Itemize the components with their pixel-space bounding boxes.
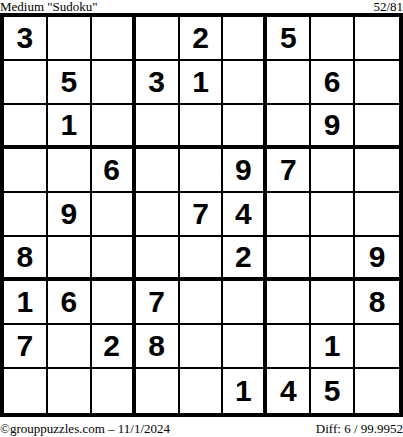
cell-r6c7-empty[interactable]	[267, 237, 311, 281]
cell-r6c5-empty[interactable]	[180, 237, 224, 281]
cell-r3c9-empty[interactable]	[355, 105, 399, 149]
cell-r2c3-empty[interactable]	[92, 61, 136, 105]
cell-r1c6-empty[interactable]	[223, 17, 267, 61]
cell-r8c9-empty[interactable]	[355, 325, 399, 369]
cell-r3c8-given[interactable]: 9	[311, 105, 355, 149]
cell-r3c4-empty[interactable]	[136, 105, 180, 149]
cell-r2c4-given[interactable]: 3	[136, 61, 180, 105]
cell-r2c7-empty[interactable]	[267, 61, 311, 105]
cell-r8c4-given[interactable]: 8	[136, 325, 180, 369]
cell-r6c9-given[interactable]: 9	[355, 237, 399, 281]
cell-r3c3-empty[interactable]	[92, 105, 136, 149]
cell-r2c5-given[interactable]: 1	[180, 61, 224, 105]
cell-r9c6-given[interactable]: 1	[223, 369, 267, 413]
cell-r8c8-given[interactable]: 1	[311, 325, 355, 369]
cell-r6c1-given[interactable]: 8	[4, 237, 48, 281]
cell-r8c5-empty[interactable]	[180, 325, 224, 369]
cell-r7c8-empty[interactable]	[311, 281, 355, 325]
cell-r6c6-given[interactable]: 2	[223, 237, 267, 281]
cell-r4c2-empty[interactable]	[48, 149, 92, 193]
cell-r4c6-given[interactable]: 9	[223, 149, 267, 193]
cell-r1c7-given[interactable]: 5	[267, 17, 311, 61]
cell-r7c1-given[interactable]: 1	[4, 281, 48, 325]
empty-cells-counter: 52/81	[373, 0, 403, 13]
cell-r3c6-empty[interactable]	[223, 105, 267, 149]
cell-r7c3-empty[interactable]	[92, 281, 136, 325]
cell-r5c2-given[interactable]: 9	[48, 193, 92, 237]
cell-r9c1-empty[interactable]	[4, 369, 48, 413]
cell-r9c9-empty[interactable]	[355, 369, 399, 413]
cell-r1c8-empty[interactable]	[311, 17, 355, 61]
cell-r6c4-empty[interactable]	[136, 237, 180, 281]
cell-r5c1-empty[interactable]	[4, 193, 48, 237]
cell-r7c2-given[interactable]: 6	[48, 281, 92, 325]
cell-r9c5-empty[interactable]	[180, 369, 224, 413]
footer: ©grouppuzzles.com – 11/1/2024 Diff: 6 / …	[0, 417, 403, 437]
cell-r2c1-empty[interactable]	[4, 61, 48, 105]
cell-r8c2-empty[interactable]	[48, 325, 92, 369]
difficulty-text: Diff: 6 / 99.9952	[316, 421, 403, 436]
cell-r8c3-given[interactable]: 2	[92, 325, 136, 369]
cell-r3c7-empty[interactable]	[267, 105, 311, 149]
sudoku-board: 32553161969797482916787281145	[0, 13, 403, 417]
sudoku-page: Medium "Sudoku" 52/81 325531619697974829…	[0, 0, 403, 437]
puzzle-title: Medium "Sudoku"	[0, 0, 98, 13]
cell-r8c7-empty[interactable]	[267, 325, 311, 369]
cell-r5c8-empty[interactable]	[311, 193, 355, 237]
cell-r7c6-empty[interactable]	[223, 281, 267, 325]
cell-r3c5-empty[interactable]	[180, 105, 224, 149]
cell-r7c5-empty[interactable]	[180, 281, 224, 325]
cell-r1c3-empty[interactable]	[92, 17, 136, 61]
cell-r7c9-given[interactable]: 8	[355, 281, 399, 325]
cell-r4c8-empty[interactable]	[311, 149, 355, 193]
cell-r6c8-empty[interactable]	[311, 237, 355, 281]
cell-r4c9-empty[interactable]	[355, 149, 399, 193]
cell-r7c4-given[interactable]: 7	[136, 281, 180, 325]
cell-r9c2-empty[interactable]	[48, 369, 92, 413]
cell-r1c9-empty[interactable]	[355, 17, 399, 61]
cell-r4c1-empty[interactable]	[4, 149, 48, 193]
cell-r5c4-empty[interactable]	[136, 193, 180, 237]
cell-r9c4-empty[interactable]	[136, 369, 180, 413]
cell-r5c6-given[interactable]: 4	[223, 193, 267, 237]
cell-r4c5-empty[interactable]	[180, 149, 224, 193]
cell-r6c2-empty[interactable]	[48, 237, 92, 281]
copyright-text: ©grouppuzzles.com – 11/1/2024	[0, 421, 170, 436]
cell-r2c9-empty[interactable]	[355, 61, 399, 105]
cell-r1c4-empty[interactable]	[136, 17, 180, 61]
cell-r5c3-empty[interactable]	[92, 193, 136, 237]
cell-r8c6-empty[interactable]	[223, 325, 267, 369]
cell-r8c1-given[interactable]: 7	[4, 325, 48, 369]
cell-r3c2-given[interactable]: 1	[48, 105, 92, 149]
cell-r5c7-empty[interactable]	[267, 193, 311, 237]
cell-r5c9-empty[interactable]	[355, 193, 399, 237]
cell-r7c7-empty[interactable]	[267, 281, 311, 325]
cell-r2c2-given[interactable]: 5	[48, 61, 92, 105]
cell-r5c5-given[interactable]: 7	[180, 193, 224, 237]
cell-r1c5-given[interactable]: 2	[180, 17, 224, 61]
cell-r4c4-empty[interactable]	[136, 149, 180, 193]
cell-r1c2-empty[interactable]	[48, 17, 92, 61]
cell-r6c3-empty[interactable]	[92, 237, 136, 281]
cell-r4c7-given[interactable]: 7	[267, 149, 311, 193]
cell-r1c1-given[interactable]: 3	[4, 17, 48, 61]
cell-r9c3-empty[interactable]	[92, 369, 136, 413]
cell-r9c8-given[interactable]: 5	[311, 369, 355, 413]
cell-r2c8-given[interactable]: 6	[311, 61, 355, 105]
header: Medium "Sudoku" 52/81	[0, 0, 403, 13]
cell-r3c1-empty[interactable]	[4, 105, 48, 149]
cell-r9c7-given[interactable]: 4	[267, 369, 311, 413]
cell-r2c6-empty[interactable]	[223, 61, 267, 105]
cell-r4c3-given[interactable]: 6	[92, 149, 136, 193]
